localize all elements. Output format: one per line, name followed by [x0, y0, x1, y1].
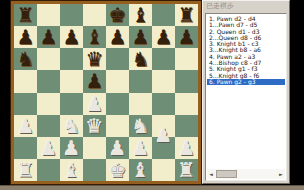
square-f3[interactable]: ♞ — [129, 115, 152, 137]
square-e4[interactable] — [106, 93, 129, 115]
black-pawn: ♟ — [109, 27, 127, 47]
square-d7[interactable]: ♝ — [83, 26, 106, 48]
move-panel-title: 已走棋步 — [203, 1, 289, 12]
square-c4[interactable] — [60, 93, 83, 115]
square-g8[interactable] — [152, 4, 175, 26]
square-a2[interactable] — [14, 137, 37, 159]
black-knight: ♞ — [17, 49, 35, 69]
square-e2[interactable]: ♟ — [106, 137, 129, 159]
black-pawn: ♟ — [17, 27, 35, 47]
white-rook: ♜ — [178, 160, 196, 180]
white-pawn: ♟ — [17, 116, 35, 136]
square-h6[interactable] — [175, 48, 198, 70]
square-f1[interactable]: ♝ — [129, 159, 152, 181]
move-listbox[interactable]: 1. Pawn d2 - d41...Pawn d7 - d52. Queen … — [205, 13, 287, 181]
square-g6[interactable] — [152, 48, 175, 70]
square-f5[interactable] — [129, 70, 152, 92]
square-e3[interactable] — [106, 115, 129, 137]
square-c7[interactable]: ♟ — [60, 26, 83, 48]
black-rook: ♜ — [178, 5, 196, 25]
black-pawn: ♟ — [86, 71, 104, 91]
black-pawn: ♟ — [132, 27, 150, 47]
square-d3[interactable]: ♛ — [83, 115, 106, 137]
square-c5[interactable] — [60, 70, 83, 92]
square-b5[interactable] — [37, 70, 60, 92]
square-a5[interactable] — [14, 70, 37, 92]
black-king: ♚ — [109, 5, 127, 25]
white-pawn: ♟ — [40, 138, 58, 158]
square-e7[interactable]: ♟ — [106, 26, 129, 48]
move-history-panel: 已走棋步 1. Pawn d2 - d41...Pawn d7 - d52. Q… — [202, 0, 290, 184]
square-f8[interactable]: ♝ — [129, 4, 152, 26]
square-e5[interactable] — [106, 70, 129, 92]
square-c3[interactable]: ♞ — [60, 115, 83, 137]
white-knight: ♞ — [63, 116, 81, 136]
square-c8[interactable] — [60, 4, 83, 26]
black-knight: ♞ — [132, 49, 150, 69]
square-e1[interactable]: ♚ — [106, 159, 129, 181]
white-knight: ♞ — [132, 116, 150, 136]
square-h8[interactable]: ♜ — [175, 4, 198, 26]
white-pawn: ♟ — [86, 94, 104, 114]
scrollbar-thumb[interactable] — [216, 170, 237, 178]
white-pawn: ♟ — [132, 138, 150, 158]
square-d2[interactable] — [83, 137, 106, 159]
white-pawn: ♟ — [63, 138, 81, 158]
square-a4[interactable] — [14, 93, 37, 115]
square-a1[interactable]: ♜ — [14, 159, 37, 181]
square-c1[interactable]: ♝ — [60, 159, 83, 181]
square-g2[interactable] — [152, 137, 175, 159]
square-b6[interactable] — [37, 48, 60, 70]
chess-board-frame: ♜♚♝♜♟♟♟♝♟♟♟♟♞♛♞♟♟♟♞♛♞♟♟♟♟♟♟♜♝♚♝♜ — [10, 0, 202, 185]
chess-board[interactable]: ♜♚♝♜♟♟♟♝♟♟♟♟♞♛♞♟♟♟♞♛♞♟♟♟♟♟♟♜♝♚♝♜ — [14, 4, 198, 181]
white-bishop: ♝ — [132, 160, 150, 180]
scroll-right-icon[interactable]: ► — [277, 169, 285, 179]
square-g3[interactable]: ♟ — [152, 115, 175, 137]
black-bishop: ♝ — [132, 5, 150, 25]
scroll-left-icon[interactable]: ◄ — [207, 169, 215, 179]
square-f4[interactable] — [129, 93, 152, 115]
square-g1[interactable] — [152, 159, 175, 181]
square-g5[interactable] — [152, 70, 175, 92]
white-pawn: ♟ — [178, 138, 196, 158]
square-f6[interactable]: ♞ — [129, 48, 152, 70]
square-h2[interactable]: ♟ — [175, 137, 198, 159]
white-queen: ♛ — [86, 116, 104, 136]
square-d5[interactable]: ♟ — [83, 70, 106, 92]
black-pawn: ♟ — [178, 27, 196, 47]
square-h5[interactable] — [175, 70, 198, 92]
black-bishop: ♝ — [86, 27, 104, 47]
square-b3[interactable] — [37, 115, 60, 137]
square-b4[interactable] — [37, 93, 60, 115]
square-e6[interactable] — [106, 48, 129, 70]
black-pawn: ♟ — [40, 27, 58, 47]
square-f7[interactable]: ♟ — [129, 26, 152, 48]
square-b2[interactable]: ♟ — [37, 137, 60, 159]
square-h7[interactable]: ♟ — [175, 26, 198, 48]
move-list: 1. Pawn d2 - d41...Pawn d7 - d52. Queen … — [207, 16, 285, 168]
square-a7[interactable]: ♟ — [14, 26, 37, 48]
white-pawn: ♟ — [109, 138, 127, 158]
square-e8[interactable]: ♚ — [106, 4, 129, 26]
square-d4[interactable]: ♟ — [83, 93, 106, 115]
square-d1[interactable] — [83, 159, 106, 181]
square-c2[interactable]: ♟ — [60, 137, 83, 159]
square-b8[interactable] — [37, 4, 60, 26]
square-a6[interactable]: ♞ — [14, 48, 37, 70]
square-c6[interactable] — [60, 48, 83, 70]
white-bishop: ♝ — [63, 160, 81, 180]
horizontal-scrollbar[interactable]: ◄ ► — [207, 169, 285, 179]
square-a3[interactable]: ♟ — [14, 115, 37, 137]
move-list-item[interactable]: 6. Pawn g2 - g3 — [207, 79, 285, 85]
square-h3[interactable] — [175, 115, 198, 137]
bottom-bar — [0, 185, 304, 190]
black-rook: ♜ — [17, 5, 35, 25]
square-d6[interactable]: ♛ — [83, 48, 106, 70]
black-queen: ♛ — [86, 49, 104, 69]
square-h4[interactable] — [175, 93, 198, 115]
square-b7[interactable]: ♟ — [37, 26, 60, 48]
square-b1[interactable] — [37, 159, 60, 181]
black-pawn: ♟ — [155, 27, 173, 47]
white-rook: ♜ — [17, 160, 35, 180]
square-a8[interactable]: ♜ — [14, 4, 37, 26]
square-f2[interactable]: ♟ — [129, 137, 152, 159]
white-king: ♚ — [109, 160, 127, 180]
square-h1[interactable]: ♜ — [175, 159, 198, 181]
black-pawn: ♟ — [63, 27, 81, 47]
square-g4[interactable] — [152, 93, 175, 115]
square-g7[interactable]: ♟ — [152, 26, 175, 48]
square-d8[interactable] — [83, 4, 106, 26]
